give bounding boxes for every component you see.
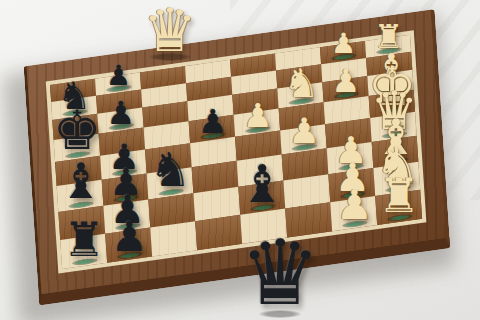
piece-black-bishop-c8[interactable]: ♝ — [57, 180, 104, 212]
white-pawn-glyph: ♟ — [332, 66, 361, 96]
black-bishop-glyph: ♝ — [239, 159, 286, 208]
white-rook-glyph: ♜ — [378, 174, 420, 219]
piece-black-pawn-a7[interactable]: ♟ — [105, 227, 152, 262]
black-pawn-glyph: ♟ — [106, 63, 131, 90]
black-king-glyph: ♚ — [53, 105, 101, 156]
white-pawn-glyph: ♟ — [331, 32, 356, 59]
piece-white-knight-f3[interactable]: ♞ — [277, 82, 323, 108]
piece-black-rook-a8[interactable]: ♜ — [60, 234, 107, 269]
chess-set-photo-scene: ♜♝♚♞♟♟♟♟♟♟♞♟♝♟♟♞♟♟♟♟♟♜♞♝♛♚♝♜ ♛ ♛ — [0, 0, 480, 320]
black-queen-glyph: ♛ — [230, 230, 330, 316]
white-pawn-glyph: ♟ — [243, 99, 273, 130]
piece-white-rook-a1[interactable]: ♜ — [375, 190, 422, 225]
black-bishop-glyph: ♝ — [59, 159, 103, 206]
white-pawn-glyph: ♟ — [336, 186, 373, 225]
black-rook-glyph: ♜ — [63, 218, 105, 263]
black-pawn-glyph: ♟ — [198, 106, 228, 137]
black-pawn-glyph: ♟ — [111, 218, 148, 257]
piece-black-bishop-b4[interactable]: ♝ — [238, 181, 285, 215]
black-knight-glyph: ♞ — [150, 149, 192, 194]
white-pawn-glyph: ♟ — [288, 115, 319, 148]
spare-white-queen[interactable]: ♛ — [140, 2, 200, 59]
white-queen-glyph: ♛ — [140, 2, 200, 59]
black-pawn-glyph: ♟ — [107, 97, 136, 127]
square-a6[interactable] — [150, 221, 197, 256]
spare-black-queen[interactable]: ♛ — [230, 230, 330, 316]
white-knight-glyph: ♞ — [283, 64, 319, 102]
piece-black-knight-c6[interactable]: ♞ — [147, 167, 194, 199]
piece-white-pawn-a2[interactable]: ♟ — [330, 196, 377, 231]
